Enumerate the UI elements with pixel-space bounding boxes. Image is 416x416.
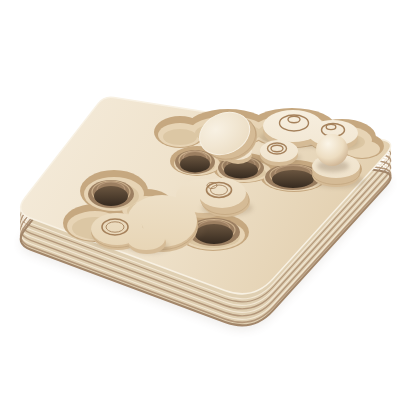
product-photo-stage: Wooden interactive slider puzzle board (… [0,0,416,416]
hole-2-core [180,156,210,173]
ball-knob[interactable] [316,134,349,172]
hole-4-core [272,170,314,188]
puzzle-board-scene: Wooden interactive slider puzzle board (… [0,0,416,416]
hole-1-core [94,186,128,206]
